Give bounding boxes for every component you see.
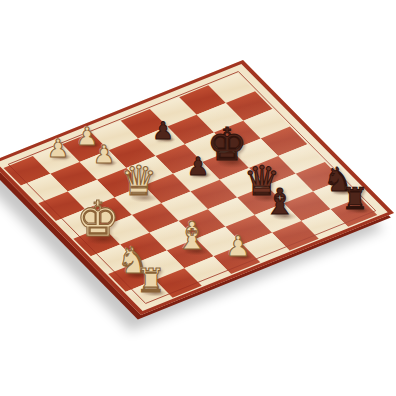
product-photo-scene: ♚♛♝♞♜♟♟♟♟♚♛♝♞♜♟♟ bbox=[0, 0, 396, 396]
board-grid bbox=[4, 74, 378, 310]
chess-board bbox=[0, 60, 394, 315]
